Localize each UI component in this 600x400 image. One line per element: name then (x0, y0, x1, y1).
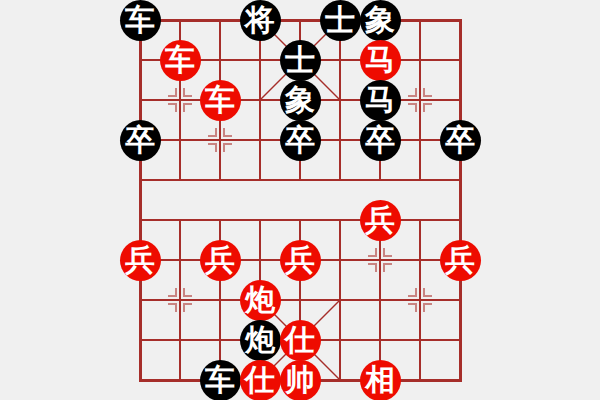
piece-black-elephant[interactable]: 象 (360, 0, 401, 41)
piece-red-soldier[interactable]: 兵 (440, 240, 481, 281)
piece-black-horse[interactable]: 马 (360, 80, 401, 121)
pieces-layer: 车将士象车士马车象马卒卒卒卒兵兵兵兵兵炮炮仕车仕帅相 (0, 0, 600, 400)
piece-red-soldier[interactable]: 兵 (360, 200, 401, 241)
piece-black-cannon[interactable]: 炮 (240, 320, 281, 361)
piece-red-horse[interactable]: 马 (360, 40, 401, 81)
piece-red-advisor[interactable]: 仕 (240, 360, 281, 400)
piece-red-chariot[interactable]: 车 (160, 40, 201, 81)
piece-black-advisor[interactable]: 士 (280, 40, 321, 81)
piece-black-general[interactable]: 将 (240, 0, 281, 41)
piece-black-soldier[interactable]: 卒 (280, 120, 321, 161)
piece-black-soldier[interactable]: 卒 (360, 120, 401, 161)
piece-black-advisor[interactable]: 士 (320, 0, 361, 41)
piece-red-soldier[interactable]: 兵 (120, 240, 161, 281)
xiangqi-board: 车将士象车士马车象马卒卒卒卒兵兵兵兵兵炮炮仕车仕帅相 (0, 0, 600, 400)
piece-red-elephant[interactable]: 相 (360, 360, 401, 400)
piece-red-general[interactable]: 帅 (280, 360, 321, 400)
piece-red-soldier[interactable]: 兵 (280, 240, 321, 281)
piece-red-advisor[interactable]: 仕 (280, 320, 321, 361)
piece-black-soldier[interactable]: 卒 (120, 120, 161, 161)
piece-black-chariot[interactable]: 车 (200, 360, 241, 400)
piece-red-soldier[interactable]: 兵 (200, 240, 241, 281)
piece-black-soldier[interactable]: 卒 (440, 120, 481, 161)
piece-red-chariot[interactable]: 车 (200, 80, 241, 121)
piece-black-chariot[interactable]: 车 (120, 0, 161, 41)
piece-black-elephant[interactable]: 象 (280, 80, 321, 121)
piece-red-cannon[interactable]: 炮 (240, 280, 281, 321)
